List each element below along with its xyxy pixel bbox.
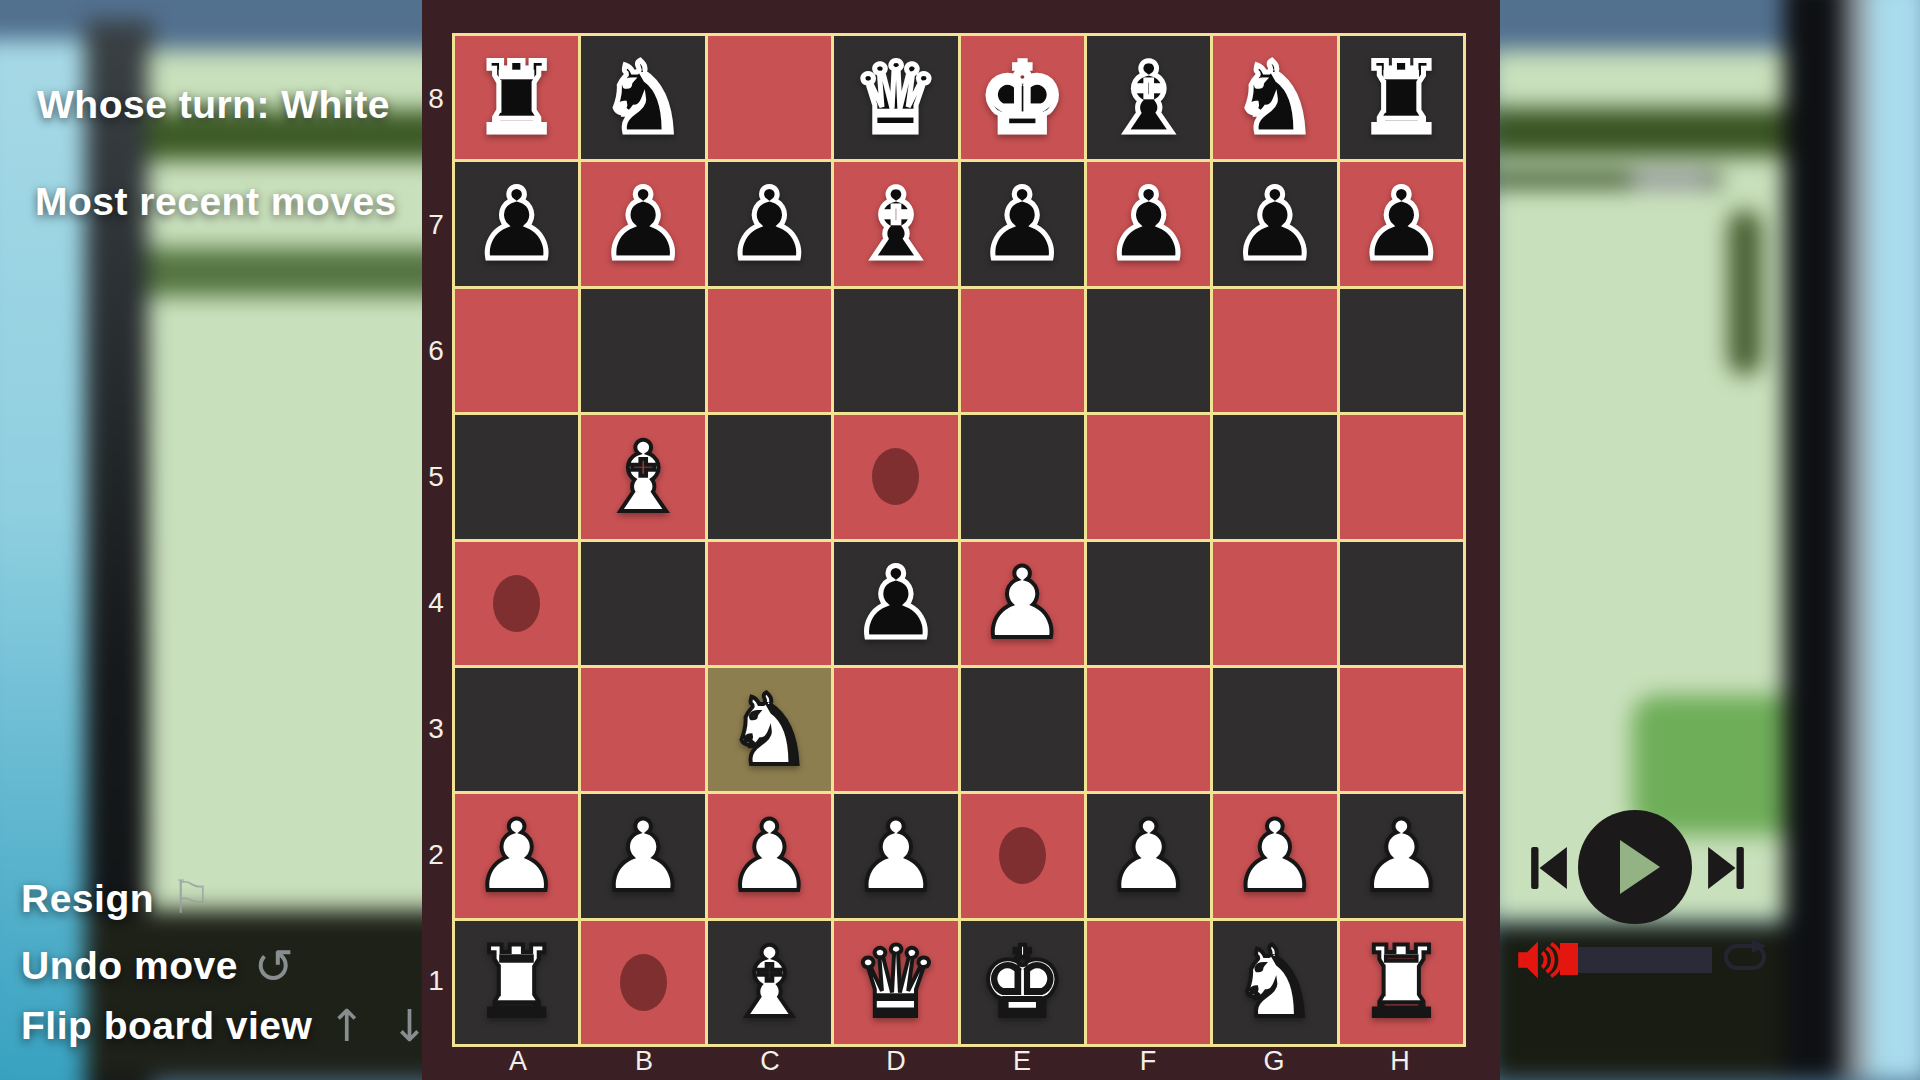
square-c1[interactable]: ♝: [708, 921, 831, 1044]
piece-black-queen[interactable]: ♛: [852, 49, 940, 147]
volume-button[interactable]: [1516, 936, 1562, 984]
rank-label-4: 4: [420, 540, 452, 666]
square-a4[interactable]: [455, 542, 578, 665]
square-e7[interactable]: ♟: [961, 162, 1084, 285]
recent-move-dot: [620, 954, 667, 1011]
background-green-bar: [1490, 108, 1800, 156]
square-f4[interactable]: [1087, 542, 1210, 665]
piece-white-pawn[interactable]: ♟: [1231, 807, 1319, 905]
square-b5[interactable]: ♝: [581, 415, 704, 538]
square-b6[interactable]: [581, 289, 704, 412]
piece-white-bishop[interactable]: ♝: [726, 933, 814, 1031]
piece-black-knight[interactable]: ♞: [599, 49, 687, 147]
square-a3[interactable]: [455, 668, 578, 791]
resign-button[interactable]: Resign ⚐: [21, 872, 212, 926]
piece-black-pawn[interactable]: ♟: [1231, 175, 1319, 273]
board-grid: ♜♞♛♚♝♞♜♟♟♟♝♟♟♟♟♝♟♟♞♟♟♟♟♟♟♟♜♝♛♚♞♜: [452, 33, 1466, 1047]
piece-white-pawn[interactable]: ♟: [1105, 807, 1193, 905]
square-e3[interactable]: [961, 668, 1084, 791]
turn-indicator-text: Whose turn: White: [37, 83, 390, 127]
repeat-icon: [1722, 938, 1768, 974]
square-b1[interactable]: [581, 921, 704, 1044]
rank-label-2: 2: [420, 792, 452, 918]
resign-label: Resign: [21, 877, 154, 921]
file-label-b: B: [581, 1044, 707, 1078]
piece-white-pawn[interactable]: ♟: [726, 807, 814, 905]
square-g2[interactable]: ♟: [1213, 794, 1336, 917]
background-scrollbar: [1728, 210, 1762, 375]
up-arrow-icon: ↑: [328, 1000, 375, 1051]
square-d7[interactable]: ♝: [834, 162, 957, 285]
square-e8[interactable]: ♚: [961, 36, 1084, 159]
piece-black-pawn[interactable]: ♟: [473, 175, 561, 273]
down-arrow-icon: ↓: [391, 1000, 438, 1051]
background-blue-strip: [1868, 0, 1920, 1080]
piece-black-pawn[interactable]: ♟: [1357, 175, 1445, 273]
square-a5[interactable]: [455, 415, 578, 538]
square-h6[interactable]: [1340, 289, 1463, 412]
square-h4[interactable]: [1340, 542, 1463, 665]
rank-label-6: 6: [420, 288, 452, 414]
square-b2[interactable]: ♟: [581, 794, 704, 917]
square-h7[interactable]: ♟: [1340, 162, 1463, 285]
square-g5[interactable]: [1213, 415, 1336, 538]
piece-black-rook[interactable]: ♜: [473, 49, 561, 147]
square-g6[interactable]: [1213, 289, 1336, 412]
square-d4[interactable]: ♟: [834, 542, 957, 665]
file-label-a: A: [455, 1044, 581, 1078]
piece-white-pawn[interactable]: ♟: [852, 807, 940, 905]
skip-back-icon: [1528, 844, 1570, 892]
flip-label: Flip board view: [21, 1004, 312, 1048]
square-f3[interactable]: [1087, 668, 1210, 791]
background-green-bar: [148, 248, 448, 296]
flag-icon: ⚐: [170, 870, 212, 924]
square-g3[interactable]: [1213, 668, 1336, 791]
piece-white-pawn[interactable]: ♟: [978, 554, 1066, 652]
square-f2[interactable]: ♟: [1087, 794, 1210, 917]
piece-black-bishop[interactable]: ♝: [852, 175, 940, 273]
volume-slider-handle[interactable]: [1560, 943, 1578, 975]
piece-black-knight[interactable]: ♞: [1231, 49, 1319, 147]
piece-white-pawn[interactable]: ♟: [599, 807, 687, 905]
square-b8[interactable]: ♞: [581, 36, 704, 159]
recent-moves-text: Most recent moves: [35, 180, 397, 224]
rank-label-8: 8: [420, 36, 452, 162]
skip-forward-button[interactable]: [1705, 844, 1747, 892]
square-f5[interactable]: [1087, 415, 1210, 538]
square-g4[interactable]: [1213, 542, 1336, 665]
piece-black-king[interactable]: ♚: [978, 49, 1066, 147]
square-b4[interactable]: [581, 542, 704, 665]
square-f8[interactable]: ♝: [1087, 36, 1210, 159]
square-d3[interactable]: [834, 668, 957, 791]
piece-black-bishop[interactable]: ♝: [1105, 49, 1193, 147]
rank-label-3: 3: [420, 666, 452, 792]
square-a7[interactable]: ♟: [455, 162, 578, 285]
square-e5[interactable]: [961, 415, 1084, 538]
piece-white-king[interactable]: ♚: [978, 933, 1066, 1031]
square-h3[interactable]: [1340, 668, 1463, 791]
recent-move-dot: [493, 575, 540, 632]
background-line: [1632, 170, 1710, 188]
square-a6[interactable]: [455, 289, 578, 412]
piece-black-pawn[interactable]: ♟: [852, 554, 940, 652]
square-h5[interactable]: [1340, 415, 1463, 538]
piece-white-knight[interactable]: ♞: [726, 681, 814, 779]
square-b7[interactable]: ♟: [581, 162, 704, 285]
rank-label-5: 5: [420, 414, 452, 540]
square-f6[interactable]: [1087, 289, 1210, 412]
volume-slider-track[interactable]: [1578, 947, 1712, 973]
piece-white-pawn[interactable]: ♟: [473, 807, 561, 905]
file-label-e: E: [959, 1044, 1085, 1078]
square-d5[interactable]: [834, 415, 957, 538]
square-c3[interactable]: ♞: [708, 668, 831, 791]
piece-white-bishop[interactable]: ♝: [599, 428, 687, 526]
square-a1[interactable]: ♜: [455, 921, 578, 1044]
square-h8[interactable]: ♜: [1340, 36, 1463, 159]
recent-move-dot: [999, 827, 1046, 884]
flip-board-button[interactable]: Flip board view ↑ ↓: [21, 1000, 438, 1051]
square-c7[interactable]: ♟: [708, 162, 831, 285]
piece-black-pawn[interactable]: ♟: [599, 175, 687, 273]
square-c5[interactable]: [708, 415, 831, 538]
skip-forward-icon: [1705, 844, 1747, 892]
turn-indicator: Whose turn: White: [37, 83, 390, 127]
square-e1[interactable]: ♚: [961, 921, 1084, 1044]
repeat-button[interactable]: [1722, 938, 1768, 974]
square-f1[interactable]: [1087, 921, 1210, 1044]
piece-white-pawn[interactable]: ♟: [1357, 807, 1445, 905]
recent-move-dot: [872, 448, 919, 505]
square-g1[interactable]: ♞: [1213, 921, 1336, 1044]
square-e6[interactable]: [961, 289, 1084, 412]
piece-black-pawn[interactable]: ♟: [1105, 175, 1193, 273]
file-label-g: G: [1211, 1044, 1337, 1078]
recent-moves-heading: Most recent moves: [35, 180, 397, 224]
background-dark-band: [85, 910, 455, 1080]
square-h2[interactable]: ♟: [1340, 794, 1463, 917]
square-e2[interactable]: [961, 794, 1084, 917]
file-label-c: C: [707, 1044, 833, 1078]
piece-white-rook[interactable]: ♜: [473, 933, 561, 1031]
square-d6[interactable]: [834, 289, 957, 412]
square-d8[interactable]: ♛: [834, 36, 957, 159]
file-label-d: D: [833, 1044, 959, 1078]
file-label-f: F: [1085, 1044, 1211, 1078]
square-a2[interactable]: ♟: [455, 794, 578, 917]
square-b3[interactable]: [581, 668, 704, 791]
square-h1[interactable]: ♜: [1340, 921, 1463, 1044]
file-label-h: H: [1337, 1044, 1463, 1078]
rank-labels: 87654321: [420, 36, 452, 1044]
file-labels: ABCDEFGH: [455, 1044, 1463, 1078]
undo-move-button[interactable]: Undo move ↺: [21, 938, 295, 994]
background-dark-strip-right: [1784, 0, 1846, 1080]
volume-icon: [1516, 936, 1562, 984]
square-c8[interactable]: [708, 36, 831, 159]
square-d1[interactable]: ♛: [834, 921, 957, 1044]
piece-white-queen[interactable]: ♛: [852, 933, 940, 1031]
square-f7[interactable]: ♟: [1087, 162, 1210, 285]
piece-white-rook[interactable]: ♜: [1357, 933, 1445, 1031]
piece-white-knight[interactable]: ♞: [1231, 933, 1319, 1031]
undo-label: Undo move: [21, 944, 238, 988]
rank-label-7: 7: [420, 162, 452, 288]
skip-back-button[interactable]: [1528, 844, 1570, 892]
square-e4[interactable]: ♟: [961, 542, 1084, 665]
undo-icon: ↺: [254, 938, 295, 994]
square-c4[interactable]: [708, 542, 831, 665]
piece-black-pawn[interactable]: ♟: [978, 175, 1066, 273]
piece-black-rook[interactable]: ♜: [1357, 49, 1445, 147]
square-g8[interactable]: ♞: [1213, 36, 1336, 159]
piece-black-pawn[interactable]: ♟: [726, 175, 814, 273]
square-a8[interactable]: ♜: [455, 36, 578, 159]
square-c2[interactable]: ♟: [708, 794, 831, 917]
square-c6[interactable]: [708, 289, 831, 412]
square-d2[interactable]: ♟: [834, 794, 957, 917]
square-g7[interactable]: ♟: [1213, 162, 1336, 285]
